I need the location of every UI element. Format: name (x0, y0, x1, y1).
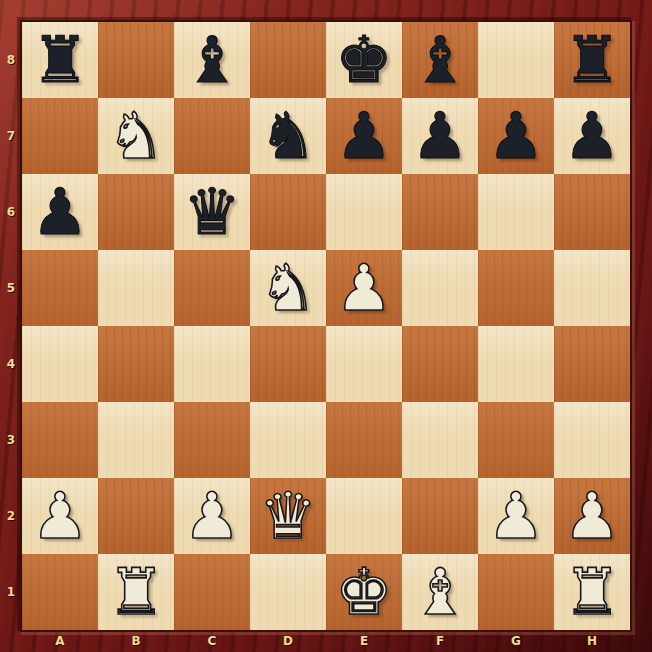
piece-white-knight[interactable]: ♞ (259, 250, 316, 326)
piece-white-rook[interactable]: ♜ (107, 554, 164, 630)
square-a5[interactable] (22, 250, 98, 326)
square-f4[interactable] (402, 326, 478, 402)
square-g2[interactable]: ♟ (478, 478, 554, 554)
piece-white-pawn[interactable]: ♟ (183, 478, 240, 554)
chess-board: ♜♝♚♝♜♞♞♟♟♟♟♟♛♞♟♟♟♛♟♟♜♚♝♜ (22, 22, 630, 630)
square-d3[interactable] (250, 402, 326, 478)
file-label-g: G (478, 630, 554, 652)
rank-labels: 87654321 (0, 22, 22, 630)
square-f7[interactable]: ♟ (402, 98, 478, 174)
square-a6[interactable]: ♟ (22, 174, 98, 250)
square-h3[interactable] (554, 402, 630, 478)
rank-label-6: 6 (0, 174, 22, 250)
square-e5[interactable]: ♟ (326, 250, 402, 326)
square-e2[interactable] (326, 478, 402, 554)
square-f6[interactable] (402, 174, 478, 250)
file-label-f: F (402, 630, 478, 652)
square-d8[interactable] (250, 22, 326, 98)
piece-white-queen[interactable]: ♛ (259, 478, 316, 554)
rank-label-1: 1 (0, 554, 22, 630)
square-b3[interactable] (98, 402, 174, 478)
square-b2[interactable] (98, 478, 174, 554)
rank-label-8: 8 (0, 22, 22, 98)
square-a2[interactable]: ♟ (22, 478, 98, 554)
file-labels: ABCDEFGH (22, 630, 630, 652)
square-d1[interactable] (250, 554, 326, 630)
square-b7[interactable]: ♞ (98, 98, 174, 174)
square-g1[interactable] (478, 554, 554, 630)
square-e4[interactable] (326, 326, 402, 402)
square-b4[interactable] (98, 326, 174, 402)
piece-black-rook[interactable]: ♜ (31, 22, 88, 98)
square-h7[interactable]: ♟ (554, 98, 630, 174)
square-d5[interactable]: ♞ (250, 250, 326, 326)
square-a7[interactable] (22, 98, 98, 174)
square-f5[interactable] (402, 250, 478, 326)
square-h6[interactable] (554, 174, 630, 250)
file-label-e: E (326, 630, 402, 652)
piece-black-pawn[interactable]: ♟ (487, 98, 544, 174)
square-c5[interactable] (174, 250, 250, 326)
square-d6[interactable] (250, 174, 326, 250)
square-b8[interactable] (98, 22, 174, 98)
square-h4[interactable] (554, 326, 630, 402)
square-a4[interactable] (22, 326, 98, 402)
piece-black-knight[interactable]: ♞ (259, 98, 316, 174)
square-e1[interactable]: ♚ (326, 554, 402, 630)
file-label-a: A (22, 630, 98, 652)
piece-white-pawn[interactable]: ♟ (31, 478, 88, 554)
square-e6[interactable] (326, 174, 402, 250)
piece-white-knight[interactable]: ♞ (107, 98, 164, 174)
piece-white-pawn[interactable]: ♟ (563, 478, 620, 554)
square-c4[interactable] (174, 326, 250, 402)
square-h1[interactable]: ♜ (554, 554, 630, 630)
square-g4[interactable] (478, 326, 554, 402)
board-frame: 87654321 ABCDEFGH ♜♝♚♝♜♞♞♟♟♟♟♟♛♞♟♟♟♛♟♟♜♚… (0, 0, 652, 652)
file-label-c: C (174, 630, 250, 652)
file-label-d: D (250, 630, 326, 652)
piece-black-pawn[interactable]: ♟ (563, 98, 620, 174)
piece-white-rook[interactable]: ♜ (563, 554, 620, 630)
piece-black-pawn[interactable]: ♟ (335, 98, 392, 174)
square-g5[interactable] (478, 250, 554, 326)
square-c6[interactable]: ♛ (174, 174, 250, 250)
square-f8[interactable]: ♝ (402, 22, 478, 98)
square-a1[interactable] (22, 554, 98, 630)
rank-label-2: 2 (0, 478, 22, 554)
square-g3[interactable] (478, 402, 554, 478)
piece-white-king[interactable]: ♚ (335, 554, 392, 630)
rank-label-3: 3 (0, 402, 22, 478)
square-b5[interactable] (98, 250, 174, 326)
square-d2[interactable]: ♛ (250, 478, 326, 554)
square-h8[interactable]: ♜ (554, 22, 630, 98)
square-c2[interactable]: ♟ (174, 478, 250, 554)
piece-black-king[interactable]: ♚ (335, 22, 392, 98)
square-c3[interactable] (174, 402, 250, 478)
square-h2[interactable]: ♟ (554, 478, 630, 554)
piece-black-pawn[interactable]: ♟ (31, 174, 88, 250)
square-f2[interactable] (402, 478, 478, 554)
piece-black-rook[interactable]: ♜ (563, 22, 620, 98)
square-c8[interactable]: ♝ (174, 22, 250, 98)
square-f1[interactable]: ♝ (402, 554, 478, 630)
square-h5[interactable] (554, 250, 630, 326)
piece-white-pawn[interactable]: ♟ (487, 478, 544, 554)
square-a3[interactable] (22, 402, 98, 478)
piece-black-queen[interactable]: ♛ (183, 174, 240, 250)
piece-black-pawn[interactable]: ♟ (411, 98, 468, 174)
square-b1[interactable]: ♜ (98, 554, 174, 630)
square-a8[interactable]: ♜ (22, 22, 98, 98)
square-d4[interactable] (250, 326, 326, 402)
square-g8[interactable] (478, 22, 554, 98)
square-e8[interactable]: ♚ (326, 22, 402, 98)
piece-black-bishop[interactable]: ♝ (183, 22, 240, 98)
square-c7[interactable] (174, 98, 250, 174)
rank-label-5: 5 (0, 250, 22, 326)
square-g7[interactable]: ♟ (478, 98, 554, 174)
piece-black-bishop[interactable]: ♝ (411, 22, 468, 98)
square-g6[interactable] (478, 174, 554, 250)
square-c1[interactable] (174, 554, 250, 630)
square-e7[interactable]: ♟ (326, 98, 402, 174)
square-e3[interactable] (326, 402, 402, 478)
piece-white-pawn[interactable]: ♟ (335, 250, 392, 326)
rank-label-7: 7 (0, 98, 22, 174)
file-label-b: B (98, 630, 174, 652)
piece-white-bishop[interactable]: ♝ (411, 554, 468, 630)
square-f3[interactable] (402, 402, 478, 478)
rank-label-4: 4 (0, 326, 22, 402)
square-d7[interactable]: ♞ (250, 98, 326, 174)
file-label-h: H (554, 630, 630, 652)
square-b6[interactable] (98, 174, 174, 250)
